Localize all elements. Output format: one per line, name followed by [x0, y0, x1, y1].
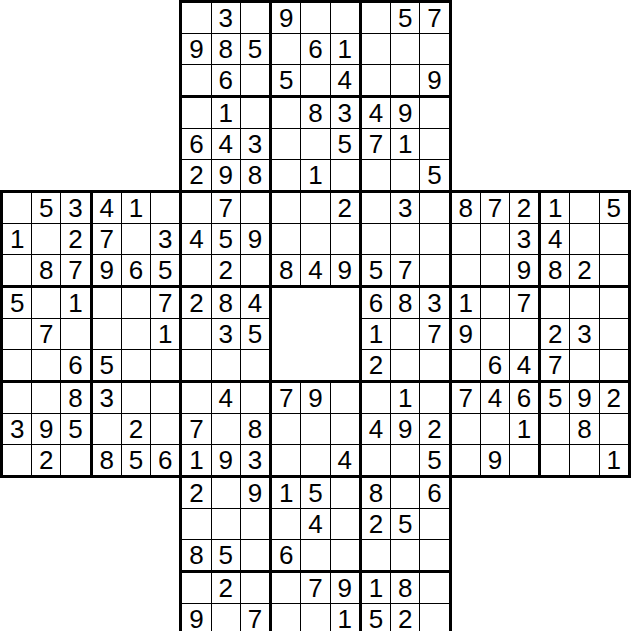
cell-r11c6[interactable]: 1 [151, 319, 181, 350]
cell-r15c18[interactable] [509, 445, 539, 477]
cell-r15c12[interactable]: 4 [330, 445, 360, 477]
cell-r9c15[interactable] [420, 255, 450, 287]
cell-r11c7[interactable] [181, 319, 211, 350]
cell-r15c13[interactable] [360, 445, 390, 477]
cell-r5c9[interactable]: 3 [240, 129, 270, 160]
cell-r20c1 [2, 604, 32, 631]
cell-r7c9[interactable] [240, 192, 270, 224]
cell-r14c11[interactable] [301, 414, 330, 445]
cell-r13c2[interactable] [32, 382, 61, 414]
cell-r20c9[interactable]: 7 [240, 604, 270, 631]
cell-r11c8[interactable]: 3 [211, 319, 240, 350]
cell-r16c16 [450, 477, 480, 509]
cell-r18c10[interactable]: 6 [271, 540, 301, 572]
cell-r13c12[interactable] [330, 382, 360, 414]
cell-r2c15[interactable] [420, 34, 450, 65]
cell-r12c7[interactable] [181, 350, 211, 382]
cell-r7c10[interactable] [271, 192, 301, 224]
cell-r9c12[interactable]: 9 [330, 255, 360, 287]
cell-r8c20[interactable] [570, 224, 599, 255]
cell-r7c15[interactable] [420, 192, 450, 224]
cell-r17c17 [480, 509, 509, 540]
cell-r10c20[interactable] [570, 287, 599, 319]
cell-r1c11[interactable] [301, 2, 330, 34]
cell-r4c11[interactable]: 8 [301, 97, 330, 129]
cell-r11c13[interactable]: 1 [360, 319, 390, 350]
cell-r19c8[interactable]: 2 [211, 572, 240, 604]
cell-r20c10[interactable] [271, 604, 301, 631]
cell-r8c2[interactable] [32, 224, 61, 255]
cell-r4c8[interactable]: 1 [211, 97, 240, 129]
cell-r15c9[interactable]: 3 [240, 445, 270, 477]
cell-r2c11[interactable]: 6 [301, 34, 330, 65]
cell-r20c12[interactable]: 1 [330, 604, 360, 631]
cell-r11c18[interactable] [509, 319, 539, 350]
cell-r8c17[interactable] [480, 224, 509, 255]
cell-r8c5[interactable] [121, 224, 150, 255]
cell-r11c4[interactable] [91, 319, 121, 350]
cell-r8c15[interactable] [420, 224, 450, 255]
cell-r20c11[interactable] [301, 604, 330, 631]
cell-r17c18 [509, 509, 539, 540]
cell-r15c19[interactable] [540, 445, 570, 477]
cell-r11c21[interactable] [599, 319, 629, 350]
cell-r5c21 [599, 129, 629, 160]
cell-r4c7[interactable] [181, 97, 211, 129]
cell-r8c6[interactable]: 3 [151, 224, 181, 255]
cell-r17c4 [91, 509, 121, 540]
cell-r12c2[interactable] [32, 350, 61, 382]
cell-r13c7[interactable] [181, 382, 211, 414]
cell-r3c11[interactable] [301, 65, 330, 97]
cell-r12c18[interactable]: 4 [509, 350, 539, 382]
cell-r10c19[interactable] [540, 287, 570, 319]
cell-r7c20[interactable] [570, 192, 599, 224]
cell-r13c9[interactable] [240, 382, 270, 414]
cell-r12c9[interactable] [240, 350, 270, 382]
cell-r12c5[interactable] [121, 350, 150, 382]
cell-r8c1[interactable]: 1 [2, 224, 32, 255]
cell-r6c13[interactable] [360, 160, 390, 192]
cell-r14c10[interactable] [271, 414, 301, 445]
cell-r11c16[interactable]: 9 [450, 319, 480, 350]
cell-r4c12[interactable]: 3 [330, 97, 360, 129]
cell-r11c3[interactable] [61, 319, 91, 350]
cell-r4c6 [151, 97, 181, 129]
cell-r7c14[interactable]: 3 [391, 192, 420, 224]
cell-r8c8[interactable]: 5 [211, 224, 240, 255]
cell-r14c4[interactable] [91, 414, 121, 445]
cell-r7c6[interactable] [151, 192, 181, 224]
cell-r13c13[interactable] [360, 382, 390, 414]
cell-r16c13[interactable]: 8 [360, 477, 390, 509]
cell-r14c21[interactable] [599, 414, 629, 445]
cell-r6c14[interactable] [391, 160, 420, 192]
cell-r5c12[interactable]: 5 [330, 129, 360, 160]
cell-r14c17[interactable] [480, 414, 509, 445]
cell-r8c16[interactable] [450, 224, 480, 255]
cell-r16c14[interactable] [391, 477, 420, 509]
cell-r19c15[interactable] [420, 572, 450, 604]
cell-r1c7[interactable] [181, 2, 211, 34]
cell-r5c7[interactable]: 6 [181, 129, 211, 160]
cell-r1c13[interactable] [360, 2, 390, 34]
cell-r11c20[interactable]: 3 [570, 319, 599, 350]
cell-r8c3[interactable]: 2 [61, 224, 91, 255]
cell-r10c18[interactable]: 7 [509, 287, 539, 319]
cell-r19c14[interactable]: 8 [391, 572, 420, 604]
cell-r17c11[interactable]: 4 [301, 509, 330, 540]
cell-r12c1[interactable] [2, 350, 32, 382]
cell-r4c9[interactable] [240, 97, 270, 129]
cell-r8c9[interactable]: 9 [240, 224, 270, 255]
cell-r3c7[interactable] [181, 65, 211, 97]
cell-r20c15[interactable] [420, 604, 450, 631]
cell-r20c14[interactable]: 2 [391, 604, 420, 631]
cell-r5c14[interactable]: 1 [391, 129, 420, 160]
cell-r13c19[interactable]: 5 [540, 382, 570, 414]
cell-r15c11[interactable] [301, 445, 330, 477]
cell-r2c7[interactable]: 9 [181, 34, 211, 65]
cell-r12c16[interactable] [450, 350, 480, 382]
cell-r7c11[interactable] [301, 192, 330, 224]
cell-r14c5[interactable]: 2 [121, 414, 150, 445]
cell-r6c1 [2, 160, 32, 192]
cell-r10c8[interactable]: 8 [211, 287, 240, 319]
cell-r14c20[interactable]: 8 [570, 414, 599, 445]
cell-r12c13[interactable]: 2 [360, 350, 390, 382]
cell-r13c17[interactable]: 4 [480, 382, 509, 414]
cell-r11c14[interactable] [391, 319, 420, 350]
cell-r6c7[interactable]: 2 [181, 160, 211, 192]
cell-r14c1[interactable]: 3 [2, 414, 32, 445]
cell-r7c2[interactable]: 5 [32, 192, 61, 224]
cell-r14c18[interactable]: 1 [509, 414, 539, 445]
cell-r8c10[interactable] [271, 224, 301, 255]
cell-r7c3[interactable]: 3 [61, 192, 91, 224]
cell-r9c19[interactable]: 8 [540, 255, 570, 287]
cell-r1c5 [121, 2, 150, 34]
cell-r16c7[interactable]: 2 [181, 477, 211, 509]
cell-r13c21[interactable]: 2 [599, 382, 629, 414]
cell-r17c12[interactable] [330, 509, 360, 540]
cell-r8c19[interactable]: 4 [540, 224, 570, 255]
cell-r10c4[interactable] [91, 287, 121, 319]
cell-r10c9[interactable]: 4 [240, 287, 270, 319]
cell-r6c8[interactable]: 9 [211, 160, 240, 192]
cell-r1c10[interactable]: 9 [271, 2, 301, 34]
cell-r10c2[interactable] [32, 287, 61, 319]
cell-r13c3[interactable]: 8 [61, 382, 91, 414]
cell-r12c8[interactable] [211, 350, 240, 382]
cell-r16c15[interactable]: 6 [420, 477, 450, 509]
cell-r8c18[interactable]: 3 [509, 224, 539, 255]
cell-r13c1[interactable] [2, 382, 32, 414]
cell-r5c13[interactable]: 7 [360, 129, 390, 160]
cell-r14c3[interactable]: 5 [61, 414, 91, 445]
cell-r4c10[interactable] [271, 97, 301, 129]
cell-r12c6[interactable] [151, 350, 181, 382]
cell-r13c16[interactable]: 7 [450, 382, 480, 414]
cell-r2c10[interactable] [271, 34, 301, 65]
cell-r11c15[interactable]: 7 [420, 319, 450, 350]
cell-r4c16 [450, 97, 480, 129]
cell-r15c17[interactable]: 9 [480, 445, 509, 477]
cell-r10c21[interactable] [599, 287, 629, 319]
cell-r10c5[interactable] [121, 287, 150, 319]
cell-r12c20[interactable] [570, 350, 599, 382]
cell-r6c10[interactable] [271, 160, 301, 192]
cell-r19c16 [450, 572, 480, 604]
cell-r7c12[interactable]: 2 [330, 192, 360, 224]
cell-r15c3[interactable] [61, 445, 91, 477]
cell-r3c8[interactable]: 6 [211, 65, 240, 97]
cell-r18c9[interactable] [240, 540, 270, 572]
cell-r12c19[interactable]: 7 [540, 350, 570, 382]
cell-r17c15[interactable] [420, 509, 450, 540]
cell-r14c2[interactable]: 9 [32, 414, 61, 445]
cell-r9c16[interactable] [450, 255, 480, 287]
cell-r15c5[interactable]: 5 [121, 445, 150, 477]
cell-r10c14[interactable]: 8 [391, 287, 420, 319]
cell-r9c11[interactable]: 4 [301, 255, 330, 287]
cell-r5c11[interactable] [301, 129, 330, 160]
cell-r16c12[interactable] [330, 477, 360, 509]
cell-r6c12[interactable] [330, 160, 360, 192]
cell-r7c17[interactable]: 7 [480, 192, 509, 224]
cell-r10c1[interactable]: 5 [2, 287, 32, 319]
cell-r1c12[interactable] [330, 2, 360, 34]
cell-r13c10[interactable]: 7 [271, 382, 301, 414]
cell-r11c2[interactable]: 7 [32, 319, 61, 350]
cell-r10c15[interactable]: 3 [420, 287, 450, 319]
cell-r12c21[interactable] [599, 350, 629, 382]
cell-r11c5[interactable] [121, 319, 150, 350]
cell-r13c20[interactable]: 9 [570, 382, 599, 414]
cell-r15c1[interactable] [2, 445, 32, 477]
cell-r14c12[interactable] [330, 414, 360, 445]
cell-r16c11[interactable]: 5 [301, 477, 330, 509]
cell-r4c15[interactable] [420, 97, 450, 129]
cell-r2c3 [61, 34, 91, 65]
cell-r8c14[interactable] [391, 224, 420, 255]
cell-r12c15[interactable] [420, 350, 450, 382]
cell-r20c2 [32, 604, 61, 631]
cell-r2c12[interactable]: 1 [330, 34, 360, 65]
cell-r14c7[interactable]: 7 [181, 414, 211, 445]
cell-r17c8[interactable] [211, 509, 240, 540]
cell-r8c12[interactable] [330, 224, 360, 255]
cell-r12c14[interactable] [391, 350, 420, 382]
cell-r15c10[interactable] [271, 445, 301, 477]
cell-r9c17[interactable] [480, 255, 509, 287]
cell-r15c20[interactable] [570, 445, 599, 477]
cell-r4c14[interactable]: 9 [391, 97, 420, 129]
cell-r4c13[interactable]: 4 [360, 97, 390, 129]
cell-r17c5 [121, 509, 150, 540]
cell-r14c6[interactable] [151, 414, 181, 445]
cell-r15c8[interactable]: 9 [211, 445, 240, 477]
cell-r9c1[interactable] [2, 255, 32, 287]
cell-r9c3[interactable]: 7 [61, 255, 91, 287]
cell-r16c9[interactable]: 9 [240, 477, 270, 509]
cell-r2c14[interactable] [391, 34, 420, 65]
cell-r5c10[interactable] [271, 129, 301, 160]
cell-r6c4 [91, 160, 121, 192]
cell-r11c9[interactable]: 5 [240, 319, 270, 350]
cell-r9c14[interactable]: 7 [391, 255, 420, 287]
cell-r9c10[interactable]: 8 [271, 255, 301, 287]
cell-r10c16[interactable]: 1 [450, 287, 480, 319]
cell-r9c9[interactable] [240, 255, 270, 287]
cell-r7c4[interactable]: 4 [91, 192, 121, 224]
cell-r9c21[interactable] [599, 255, 629, 287]
cell-r18c13[interactable] [360, 540, 390, 572]
cell-r10c3[interactable]: 1 [61, 287, 91, 319]
cell-r20c8[interactable] [211, 604, 240, 631]
cell-r7c18[interactable]: 2 [509, 192, 539, 224]
cell-r13c8[interactable]: 4 [211, 382, 240, 414]
cell-r19c7[interactable] [181, 572, 211, 604]
cell-r13c18[interactable]: 6 [509, 382, 539, 414]
cell-r14c16[interactable] [450, 414, 480, 445]
cell-r1c9[interactable] [240, 2, 270, 34]
cell-r8c7[interactable]: 4 [181, 224, 211, 255]
cell-r6c9[interactable]: 8 [240, 160, 270, 192]
cell-r15c6[interactable]: 6 [151, 445, 181, 477]
cell-r13c15[interactable] [420, 382, 450, 414]
cell-r2c8[interactable]: 8 [211, 34, 240, 65]
cell-r18c12[interactable] [330, 540, 360, 572]
cell-r10c17[interactable] [480, 287, 509, 319]
cell-r8c11[interactable] [301, 224, 330, 255]
cell-r20c13[interactable]: 5 [360, 604, 390, 631]
cell-r16c10[interactable]: 1 [271, 477, 301, 509]
cell-r2c9[interactable]: 5 [240, 34, 270, 65]
cell-r9c13[interactable]: 5 [360, 255, 390, 287]
cell-r17c9[interactable] [240, 509, 270, 540]
cell-r9c4[interactable]: 9 [91, 255, 121, 287]
cell-r12c17[interactable]: 6 [480, 350, 509, 382]
cell-r5c15[interactable] [420, 129, 450, 160]
cell-r2c6 [151, 34, 181, 65]
cell-r13c5[interactable] [121, 382, 150, 414]
cell-r13c4[interactable]: 3 [91, 382, 121, 414]
cell-r11c19[interactable]: 2 [540, 319, 570, 350]
cell-r18c7[interactable]: 8 [181, 540, 211, 572]
cell-r15c4[interactable]: 8 [91, 445, 121, 477]
cell-r8c13[interactable] [360, 224, 390, 255]
cell-r7c8[interactable]: 7 [211, 192, 240, 224]
cell-r19c9[interactable] [240, 572, 270, 604]
cell-r9c18[interactable]: 9 [509, 255, 539, 287]
cell-r11c1[interactable] [2, 319, 32, 350]
cell-r9c2[interactable]: 8 [32, 255, 61, 287]
cell-r19c11[interactable]: 7 [301, 572, 330, 604]
cell-r15c15[interactable]: 5 [420, 445, 450, 477]
cell-r15c14[interactable] [391, 445, 420, 477]
cell-r5c3 [61, 129, 91, 160]
cell-r20c7[interactable]: 9 [181, 604, 211, 631]
cell-r13c11[interactable]: 9 [301, 382, 330, 414]
cell-r16c8[interactable] [211, 477, 240, 509]
cell-r4c1 [2, 97, 32, 129]
cell-r20c18 [509, 604, 539, 631]
cell-r9c8[interactable]: 2 [211, 255, 240, 287]
cell-r18c8[interactable]: 5 [211, 540, 240, 572]
cell-r1c19 [540, 2, 570, 34]
cell-r12c3[interactable]: 6 [61, 350, 91, 382]
cell-r7c1[interactable] [2, 192, 32, 224]
cell-r6c11[interactable]: 1 [301, 160, 330, 192]
cell-r3c15[interactable]: 9 [420, 65, 450, 97]
cell-r14c19[interactable] [540, 414, 570, 445]
cell-r1c8[interactable]: 3 [211, 2, 240, 34]
cell-r10c13[interactable]: 6 [360, 287, 390, 319]
cell-r7c13[interactable] [360, 192, 390, 224]
cell-r2c13[interactable] [360, 34, 390, 65]
cell-r15c16[interactable] [450, 445, 480, 477]
cell-r9c5[interactable]: 6 [121, 255, 150, 287]
cell-r18c15[interactable] [420, 540, 450, 572]
cell-r7c19[interactable]: 1 [540, 192, 570, 224]
cell-r14c15[interactable]: 2 [420, 414, 450, 445]
cell-r18c14[interactable] [391, 540, 420, 572]
cell-r3c13[interactable] [360, 65, 390, 97]
cell-r20c5 [121, 604, 150, 631]
cell-r19c12[interactable]: 9 [330, 572, 360, 604]
cell-r14c9[interactable]: 8 [240, 414, 270, 445]
cell-r6c15[interactable]: 5 [420, 160, 450, 192]
cell-r14c14[interactable]: 9 [391, 414, 420, 445]
cell-r10c6[interactable]: 7 [151, 287, 181, 319]
cell-r8c21[interactable] [599, 224, 629, 255]
cell-r7c21[interactable]: 5 [599, 192, 629, 224]
cell-r11c17[interactable] [480, 319, 509, 350]
cell-r7c16[interactable]: 8 [450, 192, 480, 224]
cell-r13c6[interactable] [151, 382, 181, 414]
cell-r10c7[interactable]: 2 [181, 287, 211, 319]
cell-r17c10[interactable] [271, 509, 301, 540]
cell-r19c10[interactable] [271, 572, 301, 604]
cell-r3c10[interactable]: 5 [271, 65, 301, 97]
cell-r1c14[interactable]: 5 [391, 2, 420, 34]
cell-r17c14[interactable]: 5 [391, 509, 420, 540]
cell-r17c7[interactable] [181, 509, 211, 540]
cell-r7c5[interactable]: 1 [121, 192, 150, 224]
cell-r14c8[interactable] [211, 414, 240, 445]
cell-r8c4[interactable]: 7 [91, 224, 121, 255]
cell-r18c11[interactable] [301, 540, 330, 572]
cell-r3c9[interactable] [240, 65, 270, 97]
cell-r15c7[interactable]: 1 [181, 445, 211, 477]
cell-r9c7[interactable] [181, 255, 211, 287]
cell-r9c6[interactable]: 5 [151, 255, 181, 287]
cell-r3c14[interactable] [391, 65, 420, 97]
cell-r15c21[interactable]: 1 [599, 445, 629, 477]
cell-r14c13[interactable]: 4 [360, 414, 390, 445]
cell-r1c15[interactable]: 7 [420, 2, 450, 34]
cell-r9c20[interactable]: 2 [570, 255, 599, 287]
cell-r5c8[interactable]: 4 [211, 129, 240, 160]
cell-r12c4[interactable]: 5 [91, 350, 121, 382]
cell-r13c14[interactable]: 1 [391, 382, 420, 414]
cell-r3c12[interactable]: 4 [330, 65, 360, 97]
cell-r7c7[interactable] [181, 192, 211, 224]
cell-r19c13[interactable]: 1 [360, 572, 390, 604]
cell-r17c13[interactable]: 2 [360, 509, 390, 540]
cell-r15c2[interactable]: 2 [32, 445, 61, 477]
